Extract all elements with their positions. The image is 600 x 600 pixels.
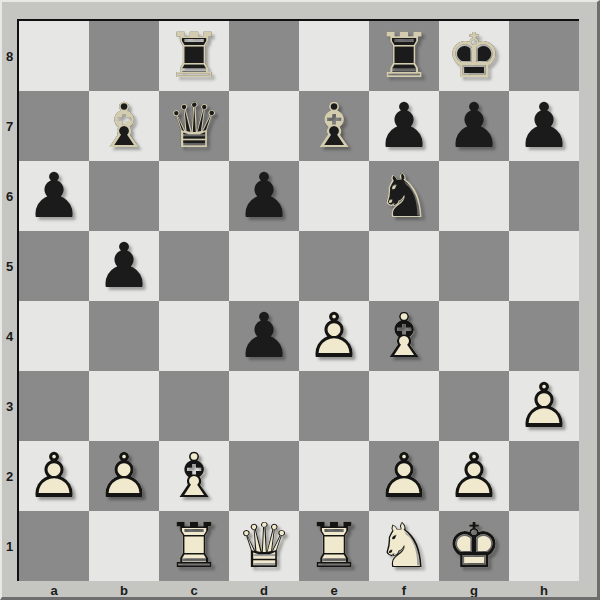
square-h1[interactable] — [509, 511, 579, 581]
piece-black-pawn[interactable]: ♟ — [509, 91, 579, 161]
piece-white-bishop-detail: ♗ — [159, 441, 229, 511]
piece-white-knight[interactable]: ♞ — [369, 511, 439, 581]
piece-white-queen[interactable]: ♛ — [229, 511, 299, 581]
square-g5[interactable] — [439, 231, 509, 301]
piece-white-pawn[interactable]: ♟ — [299, 301, 369, 371]
file-labels: abcdefgh — [19, 583, 579, 600]
square-f4[interactable]: ♝♗ — [369, 301, 439, 371]
file-label-h: h — [509, 583, 579, 600]
square-b5[interactable]: ♟ — [89, 231, 159, 301]
square-g2[interactable]: ♟♙ — [439, 441, 509, 511]
rank-label-7: 7 — [2, 91, 17, 161]
square-g8[interactable]: ♚♔ — [439, 21, 509, 91]
file-label-f: f — [369, 583, 439, 600]
piece-black-knight-detail: ♘ — [369, 161, 439, 231]
square-h4[interactable] — [509, 301, 579, 371]
piece-white-pawn[interactable]: ♟ — [509, 371, 579, 441]
square-h5[interactable] — [509, 231, 579, 301]
piece-black-pawn[interactable]: ♟ — [89, 231, 159, 301]
piece-white-pawn[interactable]: ♟ — [369, 441, 439, 511]
piece-black-pawn[interactable]: ♟ — [439, 91, 509, 161]
square-e4[interactable]: ♟♙ — [299, 301, 369, 371]
piece-black-pawn[interactable]: ♟ — [369, 91, 439, 161]
piece-white-rook[interactable]: ♜ — [299, 511, 369, 581]
square-d7[interactable] — [229, 91, 299, 161]
piece-black-knight[interactable]: ♞ — [369, 161, 439, 231]
square-a6[interactable]: ♟ — [19, 161, 89, 231]
square-c8[interactable]: ♜♖ — [159, 21, 229, 91]
piece-white-pawn-detail: ♙ — [509, 371, 579, 441]
piece-black-king-detail: ♔ — [439, 21, 509, 91]
square-f7[interactable]: ♟ — [369, 91, 439, 161]
square-a8[interactable] — [19, 21, 89, 91]
square-b8[interactable] — [89, 21, 159, 91]
piece-white-pawn[interactable]: ♟ — [89, 441, 159, 511]
square-c5[interactable] — [159, 231, 229, 301]
square-e1[interactable]: ♜♖ — [299, 511, 369, 581]
square-b2[interactable]: ♟♙ — [89, 441, 159, 511]
chessboard-window: 87654321 ♜♖♜♖♚♔♝♗♛♕♝♗♟♟♟♟♟♞♘♟♟♟♙♝♗♟♙♟♙♟♙… — [0, 0, 600, 600]
file-label-c: c — [159, 583, 229, 600]
piece-black-queen[interactable]: ♛ — [159, 91, 229, 161]
square-f3[interactable] — [369, 371, 439, 441]
piece-white-knight-detail: ♘ — [369, 511, 439, 581]
square-g4[interactable] — [439, 301, 509, 371]
square-a5[interactable] — [19, 231, 89, 301]
rank-label-2: 2 — [2, 441, 17, 511]
piece-white-rook-detail: ♖ — [299, 511, 369, 581]
piece-white-bishop[interactable]: ♝ — [369, 301, 439, 371]
square-e2[interactable] — [299, 441, 369, 511]
square-a3[interactable] — [19, 371, 89, 441]
square-b3[interactable] — [89, 371, 159, 441]
square-d8[interactable] — [229, 21, 299, 91]
piece-black-pawn[interactable]: ♟ — [229, 301, 299, 371]
square-g1[interactable]: ♚♔ — [439, 511, 509, 581]
square-e6[interactable] — [299, 161, 369, 231]
square-g3[interactable] — [439, 371, 509, 441]
square-d4[interactable]: ♟ — [229, 301, 299, 371]
piece-black-bishop-detail: ♗ — [299, 91, 369, 161]
piece-black-rook-detail: ♖ — [369, 21, 439, 91]
piece-black-rook[interactable]: ♜ — [369, 21, 439, 91]
piece-black-bishop[interactable]: ♝ — [89, 91, 159, 161]
piece-white-rook-detail: ♖ — [159, 511, 229, 581]
square-b1[interactable] — [89, 511, 159, 581]
square-a1[interactable] — [19, 511, 89, 581]
square-d5[interactable] — [229, 231, 299, 301]
square-g6[interactable] — [439, 161, 509, 231]
square-a7[interactable] — [19, 91, 89, 161]
square-f5[interactable] — [369, 231, 439, 301]
square-f8[interactable]: ♜♖ — [369, 21, 439, 91]
square-f1[interactable]: ♞♘ — [369, 511, 439, 581]
square-d6[interactable]: ♟ — [229, 161, 299, 231]
square-f6[interactable]: ♞♘ — [369, 161, 439, 231]
piece-white-bishop[interactable]: ♝ — [159, 441, 229, 511]
piece-white-pawn-detail: ♙ — [299, 301, 369, 371]
piece-white-pawn-detail: ♙ — [439, 441, 509, 511]
square-e3[interactable] — [299, 371, 369, 441]
board-frame: ♜♖♜♖♚♔♝♗♛♕♝♗♟♟♟♟♟♞♘♟♟♟♙♝♗♟♙♟♙♟♙♝♗♟♙♟♙♜♖♛… — [17, 19, 579, 581]
rank-label-6: 6 — [2, 161, 17, 231]
piece-white-pawn[interactable]: ♟ — [19, 441, 89, 511]
rank-labels: 87654321 — [2, 21, 17, 581]
square-e5[interactable] — [299, 231, 369, 301]
square-b6[interactable] — [89, 161, 159, 231]
chess-board: ♜♖♜♖♚♔♝♗♛♕♝♗♟♟♟♟♟♞♘♟♟♟♙♝♗♟♙♟♙♟♙♝♗♟♙♟♙♜♖♛… — [19, 21, 579, 581]
square-c7[interactable]: ♛♕ — [159, 91, 229, 161]
piece-black-bishop-detail: ♗ — [89, 91, 159, 161]
square-d1[interactable]: ♛♕ — [229, 511, 299, 581]
piece-white-queen-detail: ♕ — [229, 511, 299, 581]
piece-white-bishop-detail: ♗ — [369, 301, 439, 371]
square-b7[interactable]: ♝♗ — [89, 91, 159, 161]
square-d3[interactable] — [229, 371, 299, 441]
square-c3[interactable] — [159, 371, 229, 441]
rank-label-1: 1 — [2, 511, 17, 581]
square-b4[interactable] — [89, 301, 159, 371]
square-e7[interactable]: ♝♗ — [299, 91, 369, 161]
file-label-b: b — [89, 583, 159, 600]
square-c1[interactable]: ♜♖ — [159, 511, 229, 581]
square-a2[interactable]: ♟♙ — [19, 441, 89, 511]
piece-white-pawn[interactable]: ♟ — [439, 441, 509, 511]
piece-black-pawn[interactable]: ♟ — [19, 161, 89, 231]
piece-black-king[interactable]: ♚ — [439, 21, 509, 91]
square-a4[interactable] — [19, 301, 89, 371]
square-e8[interactable] — [299, 21, 369, 91]
file-label-e: e — [299, 583, 369, 600]
piece-white-king-detail: ♔ — [439, 511, 509, 581]
rank-label-8: 8 — [2, 21, 17, 91]
piece-white-rook[interactable]: ♜ — [159, 511, 229, 581]
square-d2[interactable] — [229, 441, 299, 511]
square-h7[interactable]: ♟ — [509, 91, 579, 161]
file-label-g: g — [439, 583, 509, 600]
piece-white-king[interactable]: ♚ — [439, 511, 509, 581]
piece-white-pawn-detail: ♙ — [369, 441, 439, 511]
piece-black-bishop[interactable]: ♝ — [299, 91, 369, 161]
square-c4[interactable] — [159, 301, 229, 371]
piece-black-rook-detail: ♖ — [159, 21, 229, 91]
rank-label-3: 3 — [2, 371, 17, 441]
piece-white-pawn-detail: ♙ — [89, 441, 159, 511]
piece-black-queen-detail: ♕ — [159, 91, 229, 161]
square-f2[interactable]: ♟♙ — [369, 441, 439, 511]
square-g7[interactable]: ♟ — [439, 91, 509, 161]
file-label-a: a — [19, 583, 89, 600]
square-h2[interactable] — [509, 441, 579, 511]
square-c2[interactable]: ♝♗ — [159, 441, 229, 511]
piece-black-rook[interactable]: ♜ — [159, 21, 229, 91]
square-h6[interactable] — [509, 161, 579, 231]
square-c6[interactable] — [159, 161, 229, 231]
square-h3[interactable]: ♟♙ — [509, 371, 579, 441]
piece-white-pawn-detail: ♙ — [19, 441, 89, 511]
file-label-d: d — [229, 583, 299, 600]
piece-black-pawn[interactable]: ♟ — [229, 161, 299, 231]
rank-label-5: 5 — [2, 231, 17, 301]
rank-label-4: 4 — [2, 301, 17, 371]
square-h8[interactable] — [509, 21, 579, 91]
